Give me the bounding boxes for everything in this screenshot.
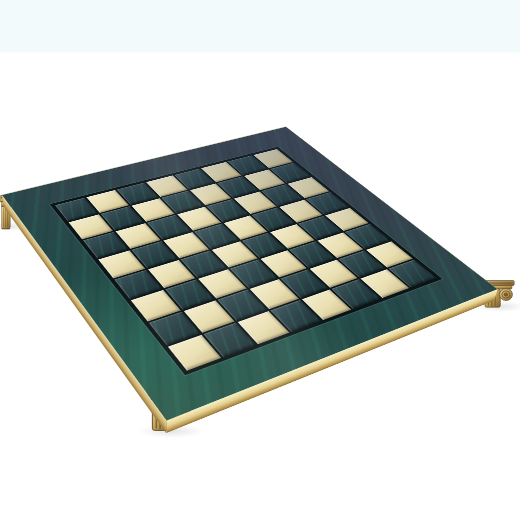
product-photo-stage [0,0,520,520]
square-b5 [131,241,177,268]
square-d1 [270,300,321,332]
square-c4 [180,250,227,278]
board-frame [2,127,498,421]
square-a6 [83,232,128,258]
square-d2 [249,279,298,309]
square-b1 [203,323,255,357]
square-d4 [211,241,257,268]
square-b2 [184,301,235,333]
square-a4 [114,270,162,300]
square-g2 [339,250,386,277]
square-e3 [260,250,307,277]
square-d3 [230,260,278,288]
square-a5 [98,250,145,278]
square-g1 [361,269,410,298]
square-b3 [165,280,214,310]
square-e2 [280,269,328,298]
square-c2 [217,290,267,321]
square-a1 [168,335,221,371]
square-c3 [198,270,246,299]
chess-board-3d [2,127,498,421]
square-h1 [389,260,437,288]
square-e1 [302,289,352,320]
square-f1 [332,279,381,309]
square-a3 [131,290,181,321]
square-f2 [310,260,358,288]
square-b4 [148,260,196,289]
square-c1 [238,311,290,344]
square-a2 [149,312,200,345]
